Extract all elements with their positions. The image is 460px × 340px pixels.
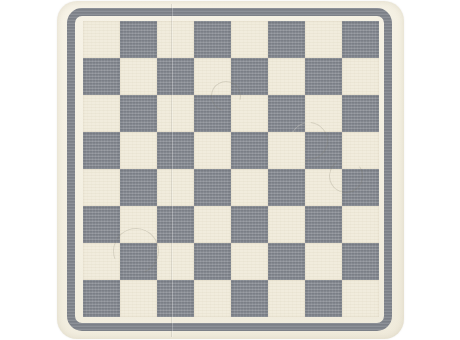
square-c2[interactable] <box>157 243 194 280</box>
square-h5[interactable] <box>342 132 379 169</box>
square-c6[interactable] <box>157 95 194 132</box>
square-g5[interactable] <box>305 132 342 169</box>
square-g3[interactable] <box>305 206 342 243</box>
square-g6[interactable] <box>305 95 342 132</box>
chessboard <box>83 21 379 317</box>
square-e5[interactable] <box>231 132 268 169</box>
square-b5[interactable] <box>120 132 157 169</box>
square-d7[interactable] <box>194 58 231 95</box>
square-g1[interactable] <box>305 280 342 317</box>
square-e4[interactable] <box>231 169 268 206</box>
square-b3[interactable] <box>120 206 157 243</box>
square-c7[interactable] <box>157 58 194 95</box>
square-a1[interactable] <box>83 280 120 317</box>
square-b2[interactable] <box>120 243 157 280</box>
square-f1[interactable] <box>268 280 305 317</box>
square-e2[interactable] <box>231 243 268 280</box>
square-d4[interactable] <box>194 169 231 206</box>
square-c3[interactable] <box>157 206 194 243</box>
square-a3[interactable] <box>83 206 120 243</box>
square-g7[interactable] <box>305 58 342 95</box>
square-g4[interactable] <box>305 169 342 206</box>
square-b4[interactable] <box>120 169 157 206</box>
square-d6[interactable] <box>194 95 231 132</box>
square-d2[interactable] <box>194 243 231 280</box>
square-h4[interactable] <box>342 169 379 206</box>
square-a4[interactable] <box>83 169 120 206</box>
square-b6[interactable] <box>120 95 157 132</box>
square-a8[interactable] <box>83 21 120 58</box>
square-f4[interactable] <box>268 169 305 206</box>
square-c5[interactable] <box>157 132 194 169</box>
square-h1[interactable] <box>342 280 379 317</box>
photo-background <box>0 0 460 340</box>
square-g8[interactable] <box>305 21 342 58</box>
square-a5[interactable] <box>83 132 120 169</box>
square-e7[interactable] <box>231 58 268 95</box>
square-e6[interactable] <box>231 95 268 132</box>
square-f2[interactable] <box>268 243 305 280</box>
board-mat <box>57 1 404 339</box>
square-c4[interactable] <box>157 169 194 206</box>
square-h6[interactable] <box>342 95 379 132</box>
square-a6[interactable] <box>83 95 120 132</box>
square-d5[interactable] <box>194 132 231 169</box>
square-d3[interactable] <box>194 206 231 243</box>
square-h3[interactable] <box>342 206 379 243</box>
square-f8[interactable] <box>268 21 305 58</box>
square-e3[interactable] <box>231 206 268 243</box>
square-b8[interactable] <box>120 21 157 58</box>
square-g2[interactable] <box>305 243 342 280</box>
square-e1[interactable] <box>231 280 268 317</box>
square-h2[interactable] <box>342 243 379 280</box>
square-b1[interactable] <box>120 280 157 317</box>
square-c1[interactable] <box>157 280 194 317</box>
square-b7[interactable] <box>120 58 157 95</box>
square-d8[interactable] <box>194 21 231 58</box>
square-e8[interactable] <box>231 21 268 58</box>
square-a7[interactable] <box>83 58 120 95</box>
square-h8[interactable] <box>342 21 379 58</box>
square-a2[interactable] <box>83 243 120 280</box>
square-h7[interactable] <box>342 58 379 95</box>
square-f7[interactable] <box>268 58 305 95</box>
square-f3[interactable] <box>268 206 305 243</box>
square-d1[interactable] <box>194 280 231 317</box>
square-c8[interactable] <box>157 21 194 58</box>
square-f6[interactable] <box>268 95 305 132</box>
square-f5[interactable] <box>268 132 305 169</box>
